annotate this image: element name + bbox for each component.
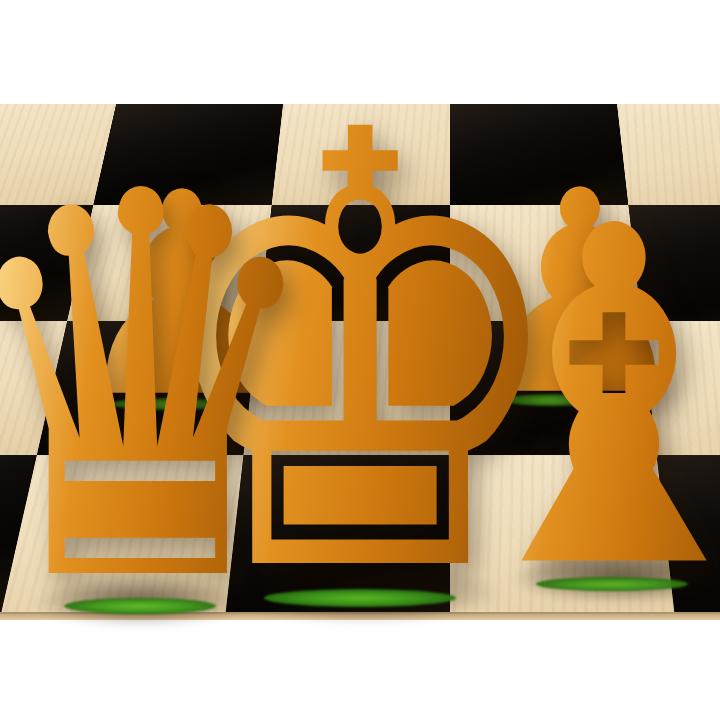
- pieces-layer: ♛♚♝♟♟: [0, 0, 720, 720]
- piece-white-bishop-d1: ♝: [437, 168, 720, 633]
- photo: ♛♚♝♟♟: [0, 0, 720, 720]
- piece-white-queen-b1: ♛: [0, 125, 330, 655]
